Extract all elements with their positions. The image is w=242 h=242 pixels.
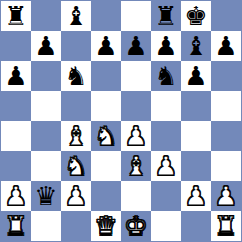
square-g1[interactable] bbox=[181, 211, 211, 241]
square-a7[interactable] bbox=[1, 31, 31, 61]
square-f5[interactable] bbox=[151, 91, 181, 121]
square-g5[interactable] bbox=[181, 91, 211, 121]
square-d3[interactable] bbox=[91, 151, 121, 181]
piece-black-knight[interactable]: ♞ bbox=[64, 61, 87, 91]
square-h4[interactable] bbox=[211, 121, 241, 151]
square-f1[interactable] bbox=[151, 211, 181, 241]
square-f2[interactable] bbox=[151, 181, 181, 211]
square-c8[interactable]: ♝ bbox=[61, 1, 91, 31]
piece-black-pawn[interactable]: ♟ bbox=[34, 31, 57, 61]
square-c6[interactable]: ♞ bbox=[61, 61, 91, 91]
piece-black-knight[interactable]: ♞ bbox=[154, 61, 177, 91]
square-e3[interactable]: ♝ bbox=[121, 151, 151, 181]
square-d2[interactable] bbox=[91, 181, 121, 211]
square-b8[interactable] bbox=[31, 1, 61, 31]
piece-black-bishop[interactable]: ♝ bbox=[184, 31, 207, 61]
piece-white-bishop[interactable]: ♝ bbox=[124, 151, 147, 181]
piece-white-pawn[interactable]: ♟ bbox=[214, 181, 237, 211]
piece-black-pawn[interactable]: ♟ bbox=[4, 61, 27, 91]
piece-white-king[interactable]: ♚ bbox=[124, 211, 147, 241]
square-h2[interactable]: ♟ bbox=[211, 181, 241, 211]
square-a2[interactable]: ♟ bbox=[1, 181, 31, 211]
square-e2[interactable] bbox=[121, 181, 151, 211]
square-b1[interactable] bbox=[31, 211, 61, 241]
piece-black-pawn[interactable]: ♟ bbox=[154, 31, 177, 61]
square-b7[interactable]: ♟ bbox=[31, 31, 61, 61]
square-e6[interactable] bbox=[121, 61, 151, 91]
square-a4[interactable] bbox=[1, 121, 31, 151]
square-e7[interactable]: ♟ bbox=[121, 31, 151, 61]
square-g6[interactable]: ♟ bbox=[181, 61, 211, 91]
square-b2[interactable]: ♛ bbox=[31, 181, 61, 211]
square-g3[interactable] bbox=[181, 151, 211, 181]
square-h3[interactable] bbox=[211, 151, 241, 181]
piece-white-rook[interactable]: ♜ bbox=[214, 211, 237, 241]
square-e4[interactable]: ♟ bbox=[121, 121, 151, 151]
square-f8[interactable]: ♜ bbox=[151, 1, 181, 31]
square-f7[interactable]: ♟ bbox=[151, 31, 181, 61]
square-a5[interactable] bbox=[1, 91, 31, 121]
square-b6[interactable] bbox=[31, 61, 61, 91]
square-d1[interactable]: ♛ bbox=[91, 211, 121, 241]
square-c2[interactable]: ♟ bbox=[61, 181, 91, 211]
square-h6[interactable] bbox=[211, 61, 241, 91]
square-f4[interactable] bbox=[151, 121, 181, 151]
square-g2[interactable]: ♟ bbox=[181, 181, 211, 211]
piece-white-bishop[interactable]: ♝ bbox=[64, 121, 87, 151]
piece-white-pawn[interactable]: ♟ bbox=[154, 151, 177, 181]
square-d8[interactable] bbox=[91, 1, 121, 31]
square-c5[interactable] bbox=[61, 91, 91, 121]
piece-black-pawn[interactable]: ♟ bbox=[94, 31, 117, 61]
piece-black-king[interactable]: ♚ bbox=[184, 1, 207, 31]
piece-black-rook[interactable]: ♜ bbox=[4, 1, 27, 31]
square-d6[interactable] bbox=[91, 61, 121, 91]
square-b5[interactable] bbox=[31, 91, 61, 121]
piece-white-pawn[interactable]: ♟ bbox=[64, 181, 87, 211]
piece-black-queen[interactable]: ♛ bbox=[34, 181, 57, 211]
square-f3[interactable]: ♟ bbox=[151, 151, 181, 181]
square-a8[interactable]: ♜ bbox=[1, 1, 31, 31]
piece-white-knight[interactable]: ♞ bbox=[94, 121, 117, 151]
piece-black-rook[interactable]: ♜ bbox=[154, 1, 177, 31]
square-e1[interactable]: ♚ bbox=[121, 211, 151, 241]
square-h8[interactable] bbox=[211, 1, 241, 31]
piece-white-pawn[interactable]: ♟ bbox=[124, 121, 147, 151]
square-a6[interactable]: ♟ bbox=[1, 61, 31, 91]
piece-black-pawn[interactable]: ♟ bbox=[184, 61, 207, 91]
square-g7[interactable]: ♝ bbox=[181, 31, 211, 61]
square-a1[interactable]: ♜ bbox=[1, 211, 31, 241]
square-h5[interactable] bbox=[211, 91, 241, 121]
square-d4[interactable]: ♞ bbox=[91, 121, 121, 151]
square-c7[interactable] bbox=[61, 31, 91, 61]
square-g4[interactable] bbox=[181, 121, 211, 151]
piece-black-bishop[interactable]: ♝ bbox=[64, 1, 87, 31]
square-e8[interactable] bbox=[121, 1, 151, 31]
square-e5[interactable] bbox=[121, 91, 151, 121]
square-d7[interactable]: ♟ bbox=[91, 31, 121, 61]
piece-white-queen[interactable]: ♛ bbox=[94, 211, 117, 241]
square-c4[interactable]: ♝ bbox=[61, 121, 91, 151]
square-d5[interactable] bbox=[91, 91, 121, 121]
square-f6[interactable]: ♞ bbox=[151, 61, 181, 91]
square-h1[interactable]: ♜ bbox=[211, 211, 241, 241]
piece-black-pawn[interactable]: ♟ bbox=[124, 31, 147, 61]
square-c3[interactable]: ♞ bbox=[61, 151, 91, 181]
square-b3[interactable] bbox=[31, 151, 61, 181]
chess-board: ♜♝♜♚♟♟♟♟♝♟♟♞♞♟♝♞♟♞♝♟♟♛♟♟♟♜♛♚♜ bbox=[0, 0, 242, 242]
piece-white-pawn[interactable]: ♟ bbox=[184, 181, 207, 211]
square-g8[interactable]: ♚ bbox=[181, 1, 211, 31]
piece-white-rook[interactable]: ♜ bbox=[4, 211, 27, 241]
square-b4[interactable] bbox=[31, 121, 61, 151]
square-a3[interactable] bbox=[1, 151, 31, 181]
piece-white-pawn[interactable]: ♟ bbox=[4, 181, 27, 211]
piece-white-knight[interactable]: ♞ bbox=[64, 151, 87, 181]
square-h7[interactable]: ♟ bbox=[211, 31, 241, 61]
piece-black-pawn[interactable]: ♟ bbox=[214, 31, 237, 61]
square-c1[interactable] bbox=[61, 211, 91, 241]
